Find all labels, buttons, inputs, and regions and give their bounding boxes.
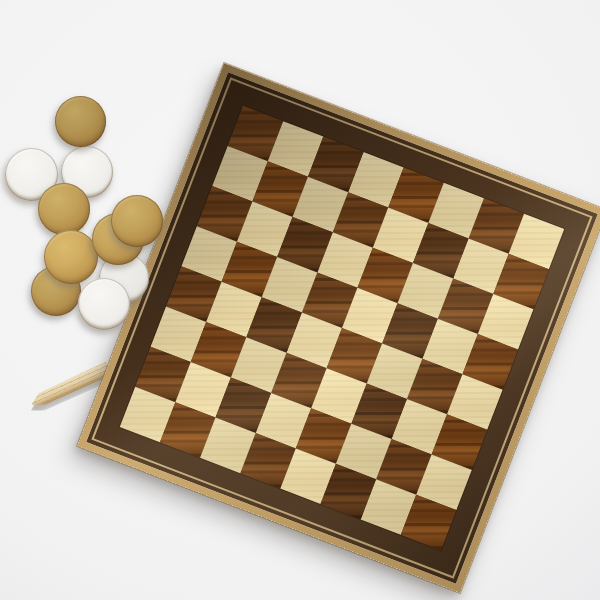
board-playing-field (120, 106, 564, 550)
checker-disc-tan[interactable] (44, 230, 98, 284)
table-surface (0, 0, 600, 600)
checkers-board[interactable] (77, 63, 600, 593)
checker-disc-tan[interactable] (111, 195, 163, 247)
checker-disc-tan[interactable] (38, 183, 90, 235)
checker-disc-tan[interactable] (55, 96, 106, 147)
checker-disc-white[interactable] (78, 278, 130, 330)
